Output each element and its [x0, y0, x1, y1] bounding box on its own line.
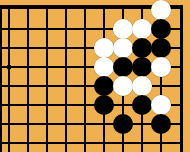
star-point [7, 65, 11, 69]
black-stone-r17[interactable] [132, 38, 152, 58]
white-stone-s16[interactable] [151, 57, 171, 77]
grid-hline [0, 85, 181, 87]
white-stone-r15[interactable] [132, 76, 152, 96]
black-stone-r16[interactable] [132, 57, 152, 77]
black-stone-s17[interactable] [151, 38, 171, 58]
white-stone-q17[interactable] [113, 38, 133, 58]
board-crop-left-line [0, 5, 2, 152]
white-stone-p17[interactable] [94, 38, 114, 58]
black-stone-p15[interactable] [94, 76, 114, 96]
white-stone-s19[interactable] [151, 0, 171, 20]
black-stone-q13[interactable] [113, 114, 133, 134]
black-stone-q16[interactable] [113, 57, 133, 77]
white-stone-s14[interactable] [151, 95, 171, 115]
grid-hline [0, 142, 181, 144]
board-right-edge [180, 5, 183, 152]
black-stone-r14[interactable] [132, 95, 152, 115]
white-stone-q18[interactable] [113, 19, 133, 39]
white-stone-q15[interactable] [113, 76, 133, 96]
white-stone-r18[interactable] [132, 19, 152, 39]
black-stone-s13[interactable] [151, 114, 171, 134]
white-stone-p16[interactable] [94, 57, 114, 77]
go-board[interactable] [0, 0, 190, 152]
black-stone-s18[interactable] [151, 19, 171, 39]
black-stone-p14[interactable] [94, 95, 114, 115]
